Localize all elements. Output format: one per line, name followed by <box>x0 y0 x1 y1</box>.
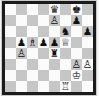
square-f1[interactable]: ♖ <box>60 81 71 92</box>
square-d8[interactable] <box>38 4 49 15</box>
square-f5[interactable]: ♕ <box>60 37 71 48</box>
square-b3[interactable] <box>16 59 27 70</box>
square-a1[interactable] <box>5 81 16 92</box>
square-c5[interactable]: ♗ <box>27 37 38 48</box>
white-pawn-piece: ♙ <box>83 59 92 70</box>
square-c3[interactable] <box>27 59 38 70</box>
square-b8[interactable] <box>16 4 27 15</box>
square-a5[interactable] <box>5 37 16 48</box>
square-h6[interactable]: ♟ <box>82 26 93 37</box>
square-f7[interactable] <box>60 15 71 26</box>
square-b2[interactable] <box>16 70 27 81</box>
square-f6[interactable]: ♞ <box>60 26 71 37</box>
square-g6[interactable] <box>71 26 82 37</box>
square-a2[interactable] <box>5 70 16 81</box>
square-a7[interactable] <box>5 15 16 26</box>
square-d1[interactable] <box>38 81 49 92</box>
chess-board: ♛♚♙♟♞♟♟♗♟♟♕♙♜♙♙♔♖ <box>5 4 93 92</box>
chess-board-frame: ♛♚♙♟♞♟♟♗♟♟♕♙♜♙♙♔♖ <box>2 1 96 95</box>
square-a3[interactable] <box>5 59 16 70</box>
square-c2[interactable] <box>27 70 38 81</box>
white-bishop-piece: ♗ <box>28 37 37 48</box>
black-pawn-piece: ♟ <box>83 26 92 37</box>
square-e5[interactable]: ♟ <box>49 37 60 48</box>
square-d7[interactable] <box>38 15 49 26</box>
square-h7[interactable] <box>82 15 93 26</box>
square-g5[interactable] <box>71 37 82 48</box>
square-b4[interactable]: ♙ <box>16 48 27 59</box>
white-pawn-piece: ♙ <box>50 15 59 26</box>
square-b6[interactable] <box>16 26 27 37</box>
square-e4[interactable]: ♜ <box>49 48 60 59</box>
square-h4[interactable] <box>82 48 93 59</box>
square-b7[interactable] <box>16 15 27 26</box>
square-e6[interactable] <box>49 26 60 37</box>
square-g4[interactable] <box>71 48 82 59</box>
black-knight-piece: ♞ <box>61 26 70 37</box>
square-c7[interactable] <box>27 15 38 26</box>
square-g7[interactable]: ♟ <box>71 15 82 26</box>
square-a6[interactable] <box>5 26 16 37</box>
square-g8[interactable]: ♚ <box>71 4 82 15</box>
square-c6[interactable] <box>27 26 38 37</box>
black-king-piece: ♚ <box>72 4 81 15</box>
square-h5[interactable] <box>82 37 93 48</box>
square-a4[interactable] <box>5 48 16 59</box>
square-f3[interactable] <box>60 59 71 70</box>
square-d4[interactable] <box>38 48 49 59</box>
white-pawn-piece: ♙ <box>72 59 81 70</box>
white-pawn-piece: ♙ <box>17 48 26 59</box>
square-a8[interactable] <box>5 4 16 15</box>
black-pawn-piece: ♟ <box>72 15 81 26</box>
square-d6[interactable] <box>38 26 49 37</box>
square-d3[interactable] <box>38 59 49 70</box>
black-pawn-piece: ♟ <box>39 37 48 48</box>
square-e1[interactable] <box>49 81 60 92</box>
square-h1[interactable] <box>82 81 93 92</box>
square-d2[interactable] <box>38 70 49 81</box>
white-king-piece: ♔ <box>72 70 81 81</box>
square-g2[interactable]: ♔ <box>71 70 82 81</box>
square-c4[interactable] <box>27 48 38 59</box>
square-b1[interactable] <box>16 81 27 92</box>
white-queen-piece: ♕ <box>61 37 70 48</box>
square-d5[interactable]: ♟ <box>38 37 49 48</box>
square-e3[interactable] <box>49 59 60 70</box>
square-h3[interactable]: ♙ <box>82 59 93 70</box>
black-pawn-piece: ♟ <box>50 37 59 48</box>
square-f2[interactable] <box>60 70 71 81</box>
black-rook-piece: ♜ <box>50 48 59 59</box>
square-c8[interactable] <box>27 4 38 15</box>
square-h2[interactable] <box>82 70 93 81</box>
white-rook-piece: ♖ <box>61 81 70 92</box>
square-c1[interactable] <box>27 81 38 92</box>
square-e2[interactable] <box>49 70 60 81</box>
square-g1[interactable] <box>71 81 82 92</box>
square-e7[interactable]: ♙ <box>49 15 60 26</box>
square-e8[interactable]: ♛ <box>49 4 60 15</box>
black-queen-piece: ♛ <box>50 4 59 15</box>
square-h8[interactable] <box>82 4 93 15</box>
square-f4[interactable] <box>60 48 71 59</box>
black-pawn-piece: ♟ <box>17 37 26 48</box>
square-b5[interactable]: ♟ <box>16 37 27 48</box>
square-f8[interactable] <box>60 4 71 15</box>
square-g3[interactable]: ♙ <box>71 59 82 70</box>
